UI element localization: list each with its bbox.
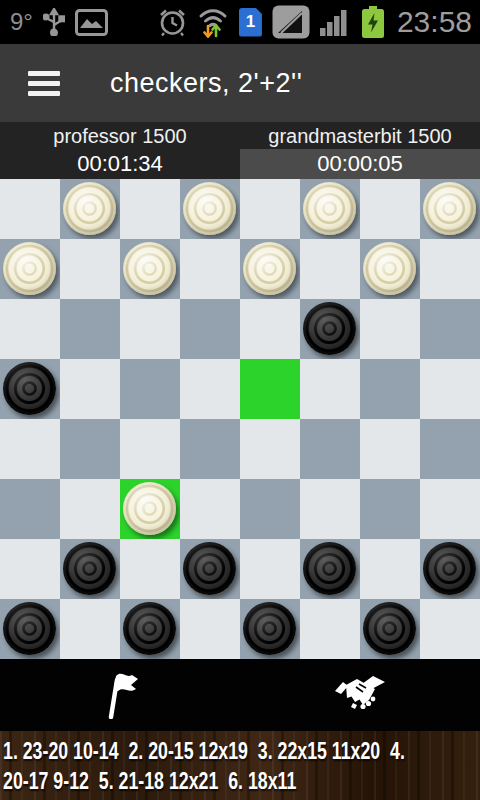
- square-g2[interactable]: [360, 539, 420, 599]
- white-piece: [123, 482, 176, 535]
- square-c6[interactable]: [120, 299, 180, 359]
- black-piece: [3, 602, 56, 655]
- square-b7[interactable]: [60, 239, 120, 299]
- player-right-name: grandmasterbit 1500: [240, 122, 480, 149]
- square-a6[interactable]: [0, 299, 60, 359]
- square-b6[interactable]: [60, 299, 120, 359]
- square-e5[interactable]: [240, 359, 300, 419]
- square-e8[interactable]: [240, 179, 300, 239]
- usb-icon: [43, 8, 65, 36]
- square-f7[interactable]: [300, 239, 360, 299]
- square-e1[interactable]: [240, 599, 300, 659]
- square-c5[interactable]: [120, 359, 180, 419]
- roaming-triangle-icon: [272, 5, 310, 39]
- white-piece: [363, 242, 416, 295]
- battery-icon: [361, 6, 385, 38]
- square-f6[interactable]: [300, 299, 360, 359]
- square-d7[interactable]: [180, 239, 240, 299]
- square-g4[interactable]: [360, 419, 420, 479]
- square-f5[interactable]: [300, 359, 360, 419]
- square-b1[interactable]: [60, 599, 120, 659]
- square-d2[interactable]: [180, 539, 240, 599]
- square-g8[interactable]: [360, 179, 420, 239]
- black-piece: [63, 542, 116, 595]
- player-left-clock: 00:01:34: [0, 149, 240, 179]
- square-d5[interactable]: [180, 359, 240, 419]
- player-right: grandmasterbit 1500 00:00:05: [240, 122, 480, 179]
- temperature-label: 9°: [10, 8, 33, 36]
- alarm-icon: [158, 8, 187, 37]
- square-f4[interactable]: [300, 419, 360, 479]
- square-d6[interactable]: [180, 299, 240, 359]
- square-e3[interactable]: [240, 479, 300, 539]
- white-piece: [303, 182, 356, 235]
- black-piece: [183, 542, 236, 595]
- resign-button[interactable]: [0, 659, 240, 731]
- square-a7[interactable]: [0, 239, 60, 299]
- player-right-clock: 00:00:05: [240, 149, 480, 179]
- white-piece: [123, 242, 176, 295]
- status-bar: 9°: [0, 0, 480, 44]
- square-a4[interactable]: [0, 419, 60, 479]
- black-piece: [243, 602, 296, 655]
- move-list: 1. 23-20 10-14 2. 20-15 12x19 3. 22x15 1…: [0, 731, 480, 800]
- square-c3[interactable]: [120, 479, 180, 539]
- square-d1[interactable]: [180, 599, 240, 659]
- black-piece: [423, 542, 476, 595]
- square-a3[interactable]: [0, 479, 60, 539]
- square-d8[interactable]: [180, 179, 240, 239]
- move-line-2: 20-17 9-12 5. 21-18 12x21 6. 18x11: [3, 766, 356, 796]
- status-time: 23:58: [397, 5, 472, 39]
- square-f8[interactable]: [300, 179, 360, 239]
- square-b4[interactable]: [60, 419, 120, 479]
- square-h4[interactable]: [420, 419, 480, 479]
- player-bar: professor 1500 00:01:34 grandmasterbit 1…: [0, 122, 480, 179]
- wifi-icon: [197, 6, 229, 38]
- action-bar: [0, 659, 480, 731]
- black-piece: [303, 302, 356, 355]
- square-d3[interactable]: [180, 479, 240, 539]
- square-h8[interactable]: [420, 179, 480, 239]
- flag-icon: [96, 667, 144, 723]
- square-h3[interactable]: [420, 479, 480, 539]
- square-c1[interactable]: [120, 599, 180, 659]
- square-e6[interactable]: [240, 299, 300, 359]
- square-h1[interactable]: [420, 599, 480, 659]
- square-b8[interactable]: [60, 179, 120, 239]
- app-screen: 9°: [0, 0, 480, 800]
- square-b2[interactable]: [60, 539, 120, 599]
- square-c4[interactable]: [120, 419, 180, 479]
- app-bar: checkers, 2'+2'': [0, 44, 480, 122]
- app-title: checkers, 2'+2'': [110, 68, 302, 99]
- white-piece: [423, 182, 476, 235]
- player-left: professor 1500 00:01:34: [0, 122, 240, 179]
- black-piece: [3, 362, 56, 415]
- square-g1[interactable]: [360, 599, 420, 659]
- white-piece: [63, 182, 116, 235]
- square-a8[interactable]: [0, 179, 60, 239]
- square-g3[interactable]: [360, 479, 420, 539]
- square-h7[interactable]: [420, 239, 480, 299]
- square-d4[interactable]: [180, 419, 240, 479]
- move-line-1: 1. 23-20 10-14 2. 20-15 12x19 3. 22x15 1…: [3, 736, 356, 766]
- square-f1[interactable]: [300, 599, 360, 659]
- game-board: [0, 179, 480, 659]
- square-f3[interactable]: [300, 479, 360, 539]
- square-a1[interactable]: [0, 599, 60, 659]
- square-c8[interactable]: [120, 179, 180, 239]
- square-e7[interactable]: [240, 239, 300, 299]
- square-g6[interactable]: [360, 299, 420, 359]
- handshake-icon: [333, 674, 387, 716]
- black-piece: [123, 602, 176, 655]
- square-a5[interactable]: [0, 359, 60, 419]
- signal-bars-icon: [320, 8, 351, 36]
- square-h5[interactable]: [420, 359, 480, 419]
- black-piece: [303, 542, 356, 595]
- white-piece: [243, 242, 296, 295]
- sim-icon: 1: [239, 8, 262, 37]
- white-piece: [3, 242, 56, 295]
- white-piece: [183, 182, 236, 235]
- square-h6[interactable]: [420, 299, 480, 359]
- offer-draw-button[interactable]: [240, 659, 480, 731]
- player-left-name: professor 1500: [0, 122, 240, 149]
- square-c7[interactable]: [120, 239, 180, 299]
- square-h2[interactable]: [420, 539, 480, 599]
- hamburger-icon: [28, 71, 60, 76]
- square-b5[interactable]: [60, 359, 120, 419]
- square-f2[interactable]: [300, 539, 360, 599]
- square-g7[interactable]: [360, 239, 420, 299]
- black-piece: [363, 602, 416, 655]
- square-g5[interactable]: [360, 359, 420, 419]
- square-b3[interactable]: [60, 479, 120, 539]
- square-c2[interactable]: [120, 539, 180, 599]
- square-a2[interactable]: [0, 539, 60, 599]
- square-e2[interactable]: [240, 539, 300, 599]
- gallery-icon: [75, 9, 108, 36]
- square-e4[interactable]: [240, 419, 300, 479]
- menu-button[interactable]: [28, 66, 60, 101]
